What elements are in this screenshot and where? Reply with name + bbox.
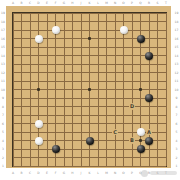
intersection[interactable]: [51, 111, 60, 120]
intersection[interactable]: [77, 85, 86, 94]
intersection[interactable]: [153, 34, 162, 43]
intersection[interactable]: [60, 128, 69, 137]
intersection[interactable]: [136, 51, 145, 60]
intersection[interactable]: [145, 102, 154, 111]
intersection[interactable]: [77, 9, 86, 18]
intersection[interactable]: [68, 77, 77, 86]
intersection[interactable]: [51, 26, 60, 35]
intersection[interactable]: A: [145, 128, 154, 137]
intersection[interactable]: [145, 26, 154, 35]
intersection[interactable]: [119, 111, 128, 120]
intersection[interactable]: [119, 17, 128, 26]
intersection[interactable]: [60, 145, 69, 154]
intersection[interactable]: [34, 9, 43, 18]
intersection[interactable]: [26, 85, 35, 94]
intersection[interactable]: [77, 136, 86, 145]
intersection[interactable]: [51, 9, 60, 18]
intersection[interactable]: [68, 26, 77, 35]
intersection[interactable]: [68, 162, 77, 171]
intersection[interactable]: [9, 68, 18, 77]
intersection[interactable]: [68, 102, 77, 111]
intersection[interactable]: [85, 43, 94, 52]
intersection[interactable]: [94, 145, 103, 154]
intersection[interactable]: [145, 153, 154, 162]
intersection[interactable]: [153, 119, 162, 128]
intersection[interactable]: [119, 94, 128, 103]
intersection[interactable]: [153, 145, 162, 154]
intersection[interactable]: [26, 51, 35, 60]
intersection[interactable]: [34, 111, 43, 120]
intersection[interactable]: [17, 145, 26, 154]
intersection[interactable]: [85, 34, 94, 43]
intersection[interactable]: [153, 85, 162, 94]
intersection[interactable]: [136, 145, 145, 154]
intersection[interactable]: [17, 119, 26, 128]
intersection[interactable]: [9, 60, 18, 69]
intersection[interactable]: [34, 51, 43, 60]
intersection[interactable]: [68, 68, 77, 77]
intersection[interactable]: [60, 9, 69, 18]
intersection[interactable]: [94, 43, 103, 52]
intersection[interactable]: [128, 94, 137, 103]
intersection[interactable]: [111, 17, 120, 26]
intersection[interactable]: [119, 43, 128, 52]
intersection[interactable]: [9, 17, 18, 26]
intersection[interactable]: [9, 26, 18, 35]
intersection[interactable]: [136, 68, 145, 77]
intersection[interactable]: [51, 128, 60, 137]
intersection[interactable]: [94, 153, 103, 162]
intersection[interactable]: [128, 162, 137, 171]
intersection[interactable]: [94, 17, 103, 26]
intersection[interactable]: [119, 34, 128, 43]
intersection[interactable]: [111, 102, 120, 111]
intersection[interactable]: [17, 111, 26, 120]
intersection[interactable]: [43, 68, 52, 77]
intersection[interactable]: [111, 94, 120, 103]
intersection[interactable]: [60, 60, 69, 69]
intersection[interactable]: [111, 85, 120, 94]
intersection[interactable]: [94, 51, 103, 60]
intersection[interactable]: [60, 51, 69, 60]
intersection[interactable]: [68, 85, 77, 94]
intersection[interactable]: [162, 60, 171, 69]
intersection[interactable]: [9, 51, 18, 60]
intersection[interactable]: [17, 43, 26, 52]
intersection[interactable]: [162, 43, 171, 52]
intersection[interactable]: [94, 9, 103, 18]
intersection[interactable]: [60, 34, 69, 43]
intersection[interactable]: [136, 34, 145, 43]
intersection[interactable]: [9, 145, 18, 154]
intersection[interactable]: [102, 119, 111, 128]
intersection[interactable]: [51, 77, 60, 86]
intersection[interactable]: [136, 119, 145, 128]
intersection[interactable]: [153, 26, 162, 35]
intersection[interactable]: [128, 68, 137, 77]
intersection[interactable]: [34, 102, 43, 111]
intersection[interactable]: [9, 102, 18, 111]
intersection[interactable]: [60, 111, 69, 120]
intersection[interactable]: [111, 26, 120, 35]
intersection[interactable]: [94, 34, 103, 43]
intersection[interactable]: [153, 136, 162, 145]
intersection[interactable]: [136, 111, 145, 120]
intersection[interactable]: [60, 94, 69, 103]
intersection[interactable]: [68, 60, 77, 69]
intersection[interactable]: [77, 94, 86, 103]
intersection[interactable]: [111, 145, 120, 154]
intersection[interactable]: [77, 111, 86, 120]
intersection[interactable]: [162, 153, 171, 162]
intersection[interactable]: [136, 77, 145, 86]
intersection[interactable]: [136, 26, 145, 35]
intersection[interactable]: [145, 111, 154, 120]
intersection[interactable]: [119, 119, 128, 128]
intersection[interactable]: [153, 128, 162, 137]
intersection[interactable]: [136, 43, 145, 52]
intersection[interactable]: [85, 153, 94, 162]
intersection[interactable]: [128, 85, 137, 94]
intersection[interactable]: [162, 136, 171, 145]
intersection[interactable]: [43, 34, 52, 43]
intersection[interactable]: [17, 51, 26, 60]
intersection[interactable]: [85, 162, 94, 171]
intersection[interactable]: [26, 68, 35, 77]
intersection[interactable]: [153, 60, 162, 69]
intersection[interactable]: [136, 136, 145, 145]
intersection[interactable]: [102, 145, 111, 154]
intersection[interactable]: [26, 119, 35, 128]
intersection[interactable]: [9, 85, 18, 94]
intersection[interactable]: [26, 60, 35, 69]
intersection[interactable]: [94, 68, 103, 77]
intersection[interactable]: [85, 68, 94, 77]
intersection[interactable]: [34, 128, 43, 137]
intersection[interactable]: [162, 119, 171, 128]
intersection[interactable]: [153, 111, 162, 120]
intersection[interactable]: [34, 119, 43, 128]
intersection[interactable]: [153, 51, 162, 60]
intersection[interactable]: [51, 94, 60, 103]
intersection[interactable]: [17, 68, 26, 77]
intersection[interactable]: D: [128, 102, 137, 111]
intersection[interactable]: [85, 119, 94, 128]
intersection[interactable]: [34, 17, 43, 26]
intersection[interactable]: [9, 77, 18, 86]
intersection[interactable]: [162, 77, 171, 86]
intersection[interactable]: [43, 85, 52, 94]
intersection[interactable]: [60, 26, 69, 35]
intersection[interactable]: [43, 153, 52, 162]
intersection[interactable]: [145, 94, 154, 103]
intersection[interactable]: [17, 9, 26, 18]
intersection[interactable]: [162, 102, 171, 111]
intersection[interactable]: [17, 162, 26, 171]
intersection[interactable]: [77, 119, 86, 128]
intersection[interactable]: [51, 60, 60, 69]
intersection[interactable]: [17, 136, 26, 145]
intersection[interactable]: [77, 145, 86, 154]
intersection[interactable]: [26, 43, 35, 52]
intersection[interactable]: [162, 9, 171, 18]
intersection[interactable]: [51, 136, 60, 145]
intersection[interactable]: [9, 136, 18, 145]
intersection[interactable]: [94, 136, 103, 145]
intersection[interactable]: [119, 51, 128, 60]
intersection[interactable]: [43, 51, 52, 60]
intersection[interactable]: [26, 145, 35, 154]
intersection[interactable]: [85, 94, 94, 103]
intersection[interactable]: [136, 94, 145, 103]
intersection[interactable]: [162, 94, 171, 103]
intersection[interactable]: [102, 68, 111, 77]
intersection[interactable]: [43, 43, 52, 52]
intersection[interactable]: [34, 94, 43, 103]
intersection[interactable]: [26, 94, 35, 103]
intersection[interactable]: [94, 162, 103, 171]
intersection[interactable]: [68, 34, 77, 43]
intersection[interactable]: [136, 60, 145, 69]
intersection[interactable]: [102, 60, 111, 69]
intersection[interactable]: [51, 34, 60, 43]
intersection[interactable]: [128, 26, 137, 35]
intersection[interactable]: [128, 119, 137, 128]
intersection[interactable]: [43, 102, 52, 111]
intersection[interactable]: [43, 111, 52, 120]
intersection[interactable]: [128, 43, 137, 52]
intersection[interactable]: [34, 85, 43, 94]
intersection[interactable]: [111, 9, 120, 18]
intersection[interactable]: [9, 34, 18, 43]
intersection[interactable]: [94, 85, 103, 94]
intersection[interactable]: [77, 51, 86, 60]
intersection[interactable]: [68, 94, 77, 103]
intersection[interactable]: [51, 145, 60, 154]
intersection[interactable]: [145, 43, 154, 52]
intersection[interactable]: [111, 162, 120, 171]
intersection[interactable]: [34, 162, 43, 171]
intersection[interactable]: [102, 17, 111, 26]
intersection[interactable]: [26, 111, 35, 120]
intersection[interactable]: [51, 162, 60, 171]
intersection[interactable]: [85, 77, 94, 86]
intersection[interactable]: [17, 94, 26, 103]
intersection[interactable]: [17, 77, 26, 86]
intersection[interactable]: [85, 60, 94, 69]
intersection[interactable]: [17, 34, 26, 43]
intersection[interactable]: [60, 43, 69, 52]
intersection[interactable]: [17, 102, 26, 111]
intersection[interactable]: [43, 128, 52, 137]
intersection[interactable]: [111, 43, 120, 52]
intersection[interactable]: [111, 153, 120, 162]
intersection[interactable]: [77, 34, 86, 43]
intersection[interactable]: [136, 85, 145, 94]
intersection[interactable]: [119, 77, 128, 86]
intersection[interactable]: [26, 26, 35, 35]
intersection[interactable]: [68, 111, 77, 120]
intersection[interactable]: [85, 102, 94, 111]
intersection[interactable]: [85, 9, 94, 18]
intersection[interactable]: [68, 153, 77, 162]
intersection[interactable]: [94, 128, 103, 137]
intersection[interactable]: [162, 111, 171, 120]
intersection[interactable]: [102, 94, 111, 103]
intersection[interactable]: [26, 17, 35, 26]
intersection[interactable]: [68, 136, 77, 145]
intersection[interactable]: [162, 128, 171, 137]
intersection[interactable]: [162, 34, 171, 43]
intersection[interactable]: [77, 162, 86, 171]
intersection[interactable]: [77, 153, 86, 162]
intersection[interactable]: [51, 119, 60, 128]
intersection[interactable]: [111, 34, 120, 43]
intersection[interactable]: [102, 162, 111, 171]
intersection[interactable]: [111, 136, 120, 145]
intersection[interactable]: [60, 102, 69, 111]
intersection[interactable]: [102, 9, 111, 18]
intersection[interactable]: [17, 17, 26, 26]
intersection[interactable]: [145, 34, 154, 43]
intersection[interactable]: [60, 85, 69, 94]
intersection[interactable]: [85, 85, 94, 94]
intersection[interactable]: [111, 77, 120, 86]
intersection[interactable]: [119, 153, 128, 162]
intersection[interactable]: [68, 17, 77, 26]
intersection[interactable]: [43, 119, 52, 128]
intersection[interactable]: [153, 102, 162, 111]
intersection[interactable]: [119, 9, 128, 18]
intersection[interactable]: [60, 136, 69, 145]
intersection[interactable]: [153, 153, 162, 162]
intersection[interactable]: [9, 162, 18, 171]
intersection[interactable]: [119, 128, 128, 137]
intersection[interactable]: [128, 51, 137, 60]
intersection[interactable]: [119, 60, 128, 69]
intersection[interactable]: [145, 119, 154, 128]
intersection[interactable]: [145, 145, 154, 154]
intersection[interactable]: [145, 136, 154, 145]
intersection[interactable]: [111, 68, 120, 77]
intersection[interactable]: [51, 102, 60, 111]
intersection[interactable]: [102, 34, 111, 43]
intersection[interactable]: [94, 77, 103, 86]
intersection[interactable]: [60, 77, 69, 86]
intersection[interactable]: [34, 68, 43, 77]
intersection[interactable]: [60, 17, 69, 26]
intersection[interactable]: [26, 102, 35, 111]
intersection[interactable]: [77, 17, 86, 26]
intersection[interactable]: [102, 77, 111, 86]
intersection[interactable]: [34, 34, 43, 43]
intersection[interactable]: [162, 85, 171, 94]
intersection[interactable]: [17, 128, 26, 137]
intersection[interactable]: [77, 43, 86, 52]
intersection[interactable]: [145, 77, 154, 86]
intersection[interactable]: [145, 51, 154, 60]
intersection[interactable]: [51, 85, 60, 94]
intersection[interactable]: [26, 128, 35, 137]
intersection[interactable]: [9, 153, 18, 162]
intersection[interactable]: [43, 136, 52, 145]
intersection[interactable]: [162, 26, 171, 35]
intersection[interactable]: [111, 60, 120, 69]
intersection[interactable]: [85, 136, 94, 145]
intersection[interactable]: [119, 85, 128, 94]
intersection[interactable]: [162, 145, 171, 154]
intersection[interactable]: [153, 9, 162, 18]
intersection[interactable]: [34, 60, 43, 69]
intersection[interactable]: [77, 60, 86, 69]
intersection[interactable]: [128, 145, 137, 154]
intersection[interactable]: [85, 17, 94, 26]
intersection[interactable]: [68, 128, 77, 137]
intersection[interactable]: [34, 153, 43, 162]
intersection[interactable]: [77, 102, 86, 111]
intersection[interactable]: [43, 17, 52, 26]
intersection[interactable]: [60, 162, 69, 171]
intersection[interactable]: [153, 17, 162, 26]
intersection[interactable]: [136, 9, 145, 18]
intersection[interactable]: [128, 9, 137, 18]
intersection[interactable]: [145, 17, 154, 26]
intersection[interactable]: [43, 145, 52, 154]
intersection[interactable]: [111, 119, 120, 128]
intersection[interactable]: [128, 111, 137, 120]
intersection[interactable]: [17, 85, 26, 94]
intersection[interactable]: [119, 102, 128, 111]
intersection[interactable]: [9, 119, 18, 128]
intersection[interactable]: [162, 17, 171, 26]
intersection[interactable]: [26, 136, 35, 145]
intersection[interactable]: [85, 51, 94, 60]
intersection[interactable]: [94, 94, 103, 103]
intersection[interactable]: [9, 111, 18, 120]
intersection[interactable]: [94, 26, 103, 35]
intersection[interactable]: [43, 9, 52, 18]
intersection[interactable]: [111, 111, 120, 120]
intersection[interactable]: [145, 68, 154, 77]
intersection[interactable]: [128, 34, 137, 43]
intersection[interactable]: [102, 26, 111, 35]
intersection[interactable]: [94, 102, 103, 111]
intersection[interactable]: [102, 153, 111, 162]
intersection[interactable]: [85, 111, 94, 120]
intersection[interactable]: [51, 17, 60, 26]
intersection[interactable]: [145, 85, 154, 94]
intersection[interactable]: [43, 162, 52, 171]
intersection[interactable]: [85, 145, 94, 154]
intersection[interactable]: [136, 153, 145, 162]
intersection[interactable]: [85, 128, 94, 137]
intersection[interactable]: [119, 145, 128, 154]
intersection[interactable]: C: [111, 128, 120, 137]
intersection[interactable]: [51, 43, 60, 52]
intersection[interactable]: [26, 77, 35, 86]
intersection[interactable]: [34, 136, 43, 145]
intersection[interactable]: [153, 77, 162, 86]
intersection[interactable]: [145, 9, 154, 18]
intersection[interactable]: [102, 136, 111, 145]
intersection[interactable]: [102, 43, 111, 52]
intersection[interactable]: [128, 17, 137, 26]
intersection[interactable]: [128, 128, 137, 137]
intersection[interactable]: [26, 34, 35, 43]
intersection[interactable]: [119, 162, 128, 171]
intersection[interactable]: [9, 9, 18, 18]
intersection[interactable]: [34, 77, 43, 86]
